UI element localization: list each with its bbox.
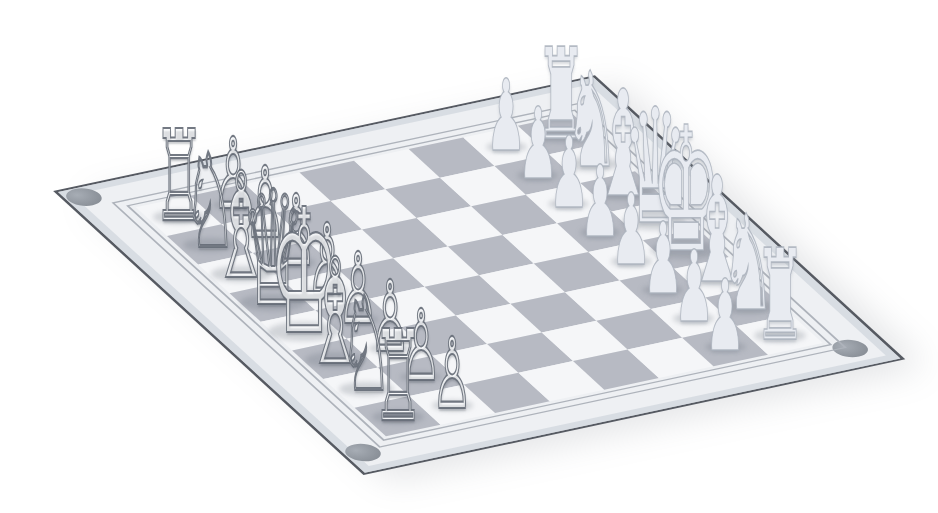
product-photo-scene: ♜♟♞♟♝♟♙♖♛♟♙♘♚♟♙♗♝♟♙♕♞♟♙♔♜♟♙♗♙♘♙♖ [0, 0, 938, 513]
chess-board [58, 78, 900, 473]
